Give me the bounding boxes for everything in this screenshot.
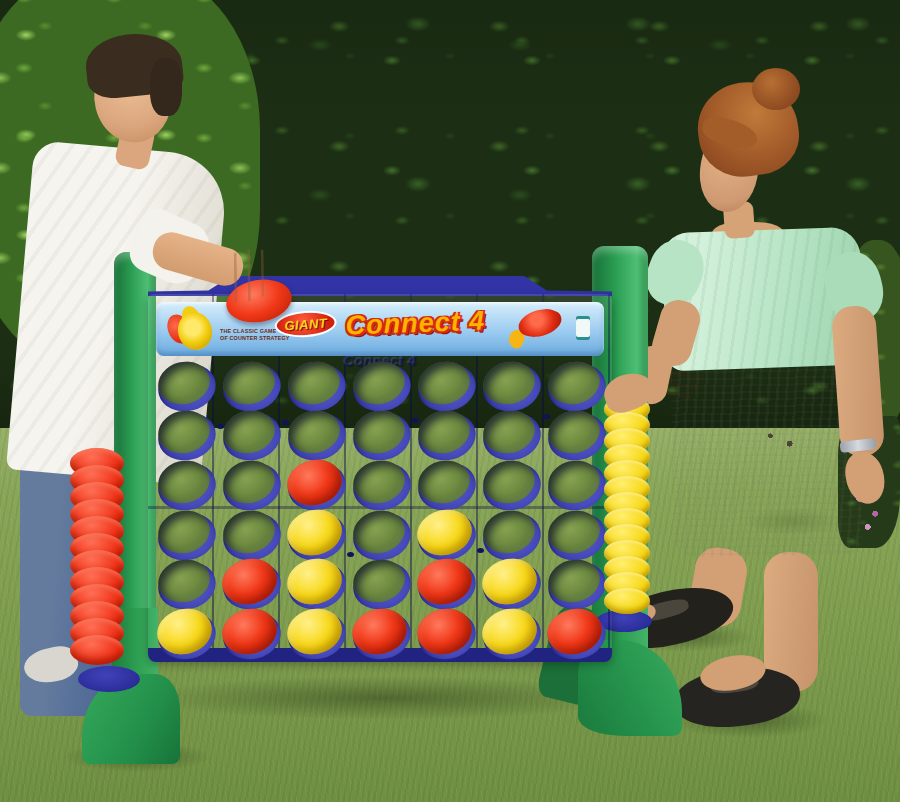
cell-r5c6 xyxy=(478,559,543,609)
yellow-disc xyxy=(412,504,476,561)
cell-r6c2 xyxy=(217,608,282,658)
cell-r4c4 xyxy=(347,509,412,559)
man-hair-back xyxy=(150,58,182,116)
red-disc xyxy=(543,603,607,660)
yellow-disc xyxy=(152,603,216,660)
cell-r3c4 xyxy=(347,459,412,509)
cell-r2c4 xyxy=(347,410,412,460)
cell-r6c4 xyxy=(347,608,412,658)
garden-connect4-photo: THE CLASSIC GAME OF COUNTER STRATEGY GIA… xyxy=(0,0,900,802)
tray-disc-red xyxy=(70,635,124,665)
connect4-logo: Connect 4 xyxy=(345,306,486,342)
cell-r6c7 xyxy=(543,608,608,658)
red-disc xyxy=(282,454,346,511)
cell-r1c1 xyxy=(152,360,217,410)
board-grid xyxy=(152,360,608,658)
cell-r5c4 xyxy=(347,559,412,609)
tagline-line1: THE CLASSIC GAME xyxy=(220,328,277,335)
cell-r1c7 xyxy=(543,360,608,410)
cell-r2c5 xyxy=(413,410,478,460)
yellow-disc xyxy=(282,553,346,610)
cell-r4c1 xyxy=(152,509,217,559)
cell-r6c1 xyxy=(152,608,217,658)
cell-r4c5 xyxy=(413,509,478,559)
red-disc xyxy=(217,603,281,660)
red-disc xyxy=(217,553,281,610)
cell-r5c2 xyxy=(217,559,282,609)
cell-r5c5 xyxy=(413,559,478,609)
cell-r3c1 xyxy=(152,459,217,509)
left-base-ring xyxy=(78,666,140,692)
cell-r5c3 xyxy=(282,559,347,609)
cell-r2c3 xyxy=(282,410,347,460)
woman-white-shorts xyxy=(670,354,863,557)
cell-r1c2 xyxy=(217,360,282,410)
woman-hair-bun xyxy=(752,68,800,110)
cell-r2c2 xyxy=(217,410,282,460)
cell-r1c4 xyxy=(347,360,412,410)
cell-r6c5 xyxy=(413,608,478,658)
cell-r4c3 xyxy=(282,509,347,559)
cell-r2c1 xyxy=(152,410,217,460)
cell-r1c5 xyxy=(413,360,478,410)
cell-r3c3 xyxy=(282,459,347,509)
cell-r4c7 xyxy=(543,509,608,559)
cell-r2c7 xyxy=(543,410,608,460)
giant-badge: GIANT xyxy=(274,308,338,338)
cell-r5c7 xyxy=(543,559,608,609)
cell-r3c2 xyxy=(217,459,282,509)
red-disc xyxy=(412,603,476,660)
cell-r2c6 xyxy=(478,410,543,460)
title-banner: THE CLASSIC GAME OF COUNTER STRATEGY GIA… xyxy=(156,302,604,356)
cell-r4c6 xyxy=(478,509,543,559)
red-disc xyxy=(347,603,411,660)
red-disc-tray xyxy=(70,448,124,665)
cell-r3c6 xyxy=(478,459,543,509)
cell-r3c5 xyxy=(413,459,478,509)
cell-r1c3 xyxy=(282,360,347,410)
cell-r1c6 xyxy=(478,360,543,410)
logo-group: GIANT Connect 4 xyxy=(275,308,486,339)
yellow-disc-tray xyxy=(604,396,650,614)
cell-r5c1 xyxy=(152,559,217,609)
yellow-disc xyxy=(282,603,346,660)
maker-logo xyxy=(576,316,590,340)
cell-r6c6 xyxy=(478,608,543,658)
red-disc xyxy=(412,553,476,610)
yellow-disc xyxy=(478,603,542,660)
cell-r6c3 xyxy=(282,608,347,658)
yellow-disc xyxy=(478,553,542,610)
cell-r3c7 xyxy=(543,459,608,509)
yellow-disc xyxy=(282,504,346,561)
cell-r4c2 xyxy=(217,509,282,559)
tray-disc-yellow xyxy=(604,588,650,614)
